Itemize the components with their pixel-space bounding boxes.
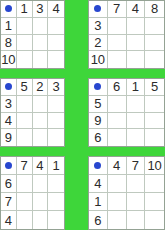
col-header-cell: 7 [108, 1, 127, 18]
multiply-dot-icon [5, 5, 12, 12]
answer-cell[interactable] [48, 129, 64, 146]
col-header-cell: 7 [127, 157, 146, 175]
answer-cell[interactable] [108, 113, 127, 130]
grid-6: 4710416 [88, 156, 165, 230]
answer-cell[interactable] [127, 211, 146, 229]
answer-cell[interactable] [33, 18, 49, 35]
answer-cell[interactable] [108, 175, 127, 193]
row-header-cell: 3 [89, 18, 108, 35]
answer-cell[interactable] [48, 96, 64, 113]
row-header-cell: 4 [89, 175, 108, 193]
row-header-cell: 10 [89, 51, 108, 68]
row-header-cell: 6 [89, 211, 108, 229]
grid-4: 615596 [88, 78, 165, 147]
operator-corner-cell [1, 157, 17, 175]
answer-cell[interactable] [17, 211, 33, 229]
answer-cell[interactable] [48, 35, 64, 52]
multiply-dot-icon [94, 83, 101, 90]
answer-cell[interactable] [33, 129, 49, 146]
answer-cell[interactable] [145, 18, 164, 35]
answer-cell[interactable] [145, 113, 164, 130]
answer-cell[interactable] [33, 51, 49, 68]
row-header-cell: 10 [1, 51, 17, 68]
answer-cell[interactable] [108, 211, 127, 229]
answer-cell[interactable] [33, 193, 49, 211]
col-header-cell: 1 [17, 1, 33, 18]
operator-corner-cell [89, 157, 108, 175]
answer-cell[interactable] [48, 193, 64, 211]
answer-cell[interactable] [127, 51, 146, 68]
col-header-cell: 4 [108, 157, 127, 175]
answer-cell[interactable] [127, 193, 146, 211]
row-header-cell: 6 [89, 129, 108, 146]
operator-corner-cell [1, 1, 17, 18]
row-header-cell: 1 [89, 193, 108, 211]
answer-cell[interactable] [17, 51, 33, 68]
col-header-cell: 4 [127, 1, 146, 18]
multiply-dot-icon [5, 162, 12, 169]
grid-3: 523349 [0, 78, 65, 147]
col-header-cell: 1 [48, 157, 64, 175]
answer-cell[interactable] [127, 35, 146, 52]
answer-cell[interactable] [145, 96, 164, 113]
row-header-cell: 6 [1, 175, 17, 193]
answer-cell[interactable] [145, 129, 164, 146]
answer-cell[interactable] [127, 175, 146, 193]
answer-cell[interactable] [108, 193, 127, 211]
row-header-cell: 4 [1, 113, 17, 130]
col-header-cell: 2 [33, 79, 49, 96]
multiply-dot-icon [5, 83, 12, 90]
answer-cell[interactable] [33, 211, 49, 229]
col-header-cell: 7 [17, 157, 33, 175]
answer-cell[interactable] [17, 113, 33, 130]
col-header-cell: 3 [33, 1, 49, 18]
answer-cell[interactable] [108, 129, 127, 146]
answer-cell[interactable] [48, 113, 64, 130]
worksheet-page: 1341810 7483210 523349 615596 741674 471… [0, 0, 165, 230]
answer-cell[interactable] [145, 35, 164, 52]
answer-cell[interactable] [127, 96, 146, 113]
answer-cell[interactable] [17, 193, 33, 211]
answer-cell[interactable] [17, 96, 33, 113]
answer-cell[interactable] [127, 129, 146, 146]
row-header-cell: 5 [89, 96, 108, 113]
row-header-cell: 7 [1, 193, 17, 211]
answer-cell[interactable] [145, 175, 164, 193]
operator-corner-cell [89, 1, 108, 18]
answer-cell[interactable] [108, 35, 127, 52]
answer-cell[interactable] [33, 175, 49, 193]
row-header-cell: 3 [1, 96, 17, 113]
answer-cell[interactable] [48, 175, 64, 193]
answer-cell[interactable] [33, 96, 49, 113]
answer-cell[interactable] [33, 113, 49, 130]
answer-cell[interactable] [17, 129, 33, 146]
multiply-dot-icon [94, 162, 101, 169]
answer-cell[interactable] [48, 18, 64, 35]
answer-cell[interactable] [108, 18, 127, 35]
row-header-cell: 2 [89, 35, 108, 52]
col-header-cell: 4 [33, 157, 49, 175]
grid-5: 741674 [0, 156, 65, 230]
col-header-cell: 10 [145, 157, 164, 175]
col-header-cell: 6 [108, 79, 127, 96]
grid-1: 1341810 [0, 0, 65, 69]
answer-cell[interactable] [145, 51, 164, 68]
answer-cell[interactable] [17, 35, 33, 52]
row-header-cell: 8 [1, 35, 17, 52]
answer-cell[interactable] [33, 35, 49, 52]
row-header-cell: 9 [89, 113, 108, 130]
grid-2: 7483210 [88, 0, 165, 69]
col-header-cell: 3 [48, 79, 64, 96]
col-header-cell: 1 [127, 79, 146, 96]
col-header-cell: 5 [145, 79, 164, 96]
row-header-cell: 4 [1, 211, 17, 229]
multiply-dot-icon [94, 5, 101, 12]
answer-cell[interactable] [48, 211, 64, 229]
answer-cell[interactable] [108, 51, 127, 68]
answer-cell[interactable] [17, 175, 33, 193]
row-header-cell: 1 [1, 18, 17, 35]
answer-cell[interactable] [108, 96, 127, 113]
operator-corner-cell [89, 79, 108, 96]
answer-cell[interactable] [145, 193, 164, 211]
operator-corner-cell [1, 79, 17, 96]
col-header-cell: 8 [145, 1, 164, 18]
answer-cell[interactable] [48, 51, 64, 68]
row-header-cell: 9 [1, 129, 17, 146]
answer-cell[interactable] [145, 211, 164, 229]
col-header-cell: 5 [17, 79, 33, 96]
answer-cell[interactable] [127, 18, 146, 35]
col-header-cell: 4 [48, 1, 64, 18]
answer-cell[interactable] [17, 18, 33, 35]
answer-cell[interactable] [127, 113, 146, 130]
